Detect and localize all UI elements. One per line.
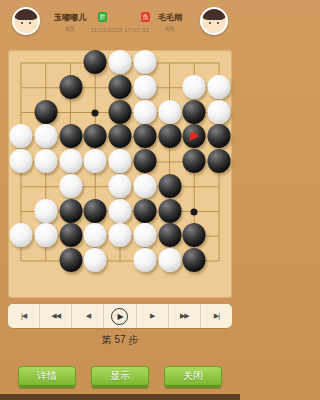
move-counter: 第 57 步 [0,333,240,347]
white-stone [208,100,231,124]
right-player-avatar[interactable] [200,7,228,35]
top-bar: 玉嘟嘟儿 8段 胜 负 11/12/2018 17:07:32 毛毛雨 8段 [0,0,240,48]
playback-bar: |◀ ◀◀ ◀ ▶ ▶ ▶▶ ▶| [8,304,232,328]
left-player-name: 玉嘟嘟儿 [35,12,105,23]
white-stone [158,100,181,124]
white-stone [34,223,57,247]
avatar-hair [202,9,226,20]
white-stone [59,149,82,173]
black-stone [59,248,82,272]
white-stone [34,149,57,173]
white-stone [34,124,57,148]
bottom-edge [0,394,240,400]
black-stone [109,75,132,99]
black-stone [133,124,156,148]
black-stone [208,124,231,148]
black-stone [183,223,206,247]
details-button[interactable]: 详情 [18,366,76,388]
white-stone [10,149,33,173]
black-stone [109,124,132,148]
avatar-eye [217,22,219,24]
black-stone [84,199,107,223]
black-stone [84,124,107,148]
black-stone [84,50,107,74]
white-stone [84,149,107,173]
black-stone [109,100,132,124]
black-stone [183,100,206,124]
white-stone [133,174,156,198]
step-back-button[interactable]: ◀ [72,304,104,328]
white-stone [59,174,82,198]
avatar-eye [21,22,23,24]
black-stone [133,199,156,223]
white-stone [133,75,156,99]
black-stone [59,124,82,148]
fast-rewind-button[interactable]: ◀◀ [40,304,72,328]
white-stone [133,223,156,247]
white-stone [133,248,156,272]
play-icon: ▶ [111,308,128,325]
white-stone [84,248,107,272]
black-stone [158,199,181,223]
avatar-face [202,9,226,33]
step-forward-button[interactable]: ▶ [137,304,169,328]
white-stone [133,50,156,74]
white-stone [109,174,132,198]
white-stone [10,124,33,148]
white-stone [183,75,206,99]
black-stone [183,149,206,173]
avatar-eye [29,22,31,24]
black-stone [158,124,181,148]
white-stone [109,199,132,223]
right-player-rank: 8段 [135,25,205,34]
black-stone [133,149,156,173]
black-stone [59,223,82,247]
white-stone [34,199,57,223]
board-dot-marker [191,208,198,215]
jump-start-button[interactable]: |◀ [8,304,40,328]
show-button[interactable]: 显示 [91,366,149,388]
right-player-name: 毛毛雨 [135,12,205,23]
fast-forward-button[interactable]: ▶▶ [169,304,201,328]
white-stone [109,149,132,173]
play-button[interactable]: ▶ [104,304,136,328]
black-stone [158,223,181,247]
white-stone [158,248,181,272]
white-stone [10,223,33,247]
white-stone [208,75,231,99]
white-stone [109,50,132,74]
white-stone [109,223,132,247]
black-stone [59,75,82,99]
black-stone [34,100,57,124]
black-stone [158,174,181,198]
board-dot-marker [92,109,99,116]
go-board[interactable] [8,50,232,298]
white-stone [133,100,156,124]
black-stone [59,199,82,223]
white-stone [84,223,107,247]
avatar-eye [209,22,211,24]
black-stone [208,149,231,173]
jump-end-button[interactable]: ▶| [201,304,232,328]
win-badge: 胜 [98,12,107,22]
close-button[interactable]: 关闭 [164,366,222,388]
black-stone [183,248,206,272]
